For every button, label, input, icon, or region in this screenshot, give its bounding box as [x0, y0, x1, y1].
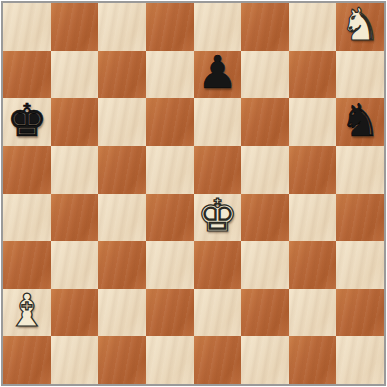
square-c6[interactable] — [98, 98, 146, 146]
piece-white-king[interactable]: ♚ — [197, 193, 237, 238]
square-h7[interactable] — [336, 51, 384, 99]
square-a4[interactable] — [3, 194, 51, 242]
square-f4[interactable] — [241, 194, 289, 242]
square-g3[interactable] — [289, 241, 337, 289]
square-e2[interactable] — [194, 289, 242, 337]
piece-white-bishop[interactable]: ♝ — [7, 288, 47, 333]
square-b4[interactable] — [51, 194, 99, 242]
square-h1[interactable] — [336, 336, 384, 384]
square-h6[interactable]: ♞ — [336, 98, 384, 146]
square-e5[interactable] — [194, 146, 242, 194]
square-c1[interactable] — [98, 336, 146, 384]
square-d2[interactable] — [146, 289, 194, 337]
square-a6[interactable]: ♚ — [3, 98, 51, 146]
square-d1[interactable] — [146, 336, 194, 384]
square-b2[interactable] — [51, 289, 99, 337]
square-b5[interactable] — [51, 146, 99, 194]
square-h2[interactable] — [336, 289, 384, 337]
square-c2[interactable] — [98, 289, 146, 337]
square-e8[interactable] — [194, 3, 242, 51]
square-h8[interactable]: ♞ — [336, 3, 384, 51]
square-b6[interactable] — [51, 98, 99, 146]
square-f3[interactable] — [241, 241, 289, 289]
square-c3[interactable] — [98, 241, 146, 289]
square-g5[interactable] — [289, 146, 337, 194]
square-d4[interactable] — [146, 194, 194, 242]
piece-black-pawn[interactable]: ♟ — [197, 50, 237, 95]
square-b8[interactable] — [51, 3, 99, 51]
piece-black-knight[interactable]: ♞ — [340, 98, 380, 143]
square-b1[interactable] — [51, 336, 99, 384]
square-d8[interactable] — [146, 3, 194, 51]
square-g1[interactable] — [289, 336, 337, 384]
square-e7[interactable]: ♟ — [194, 51, 242, 99]
piece-white-knight[interactable]: ♞ — [340, 2, 380, 47]
square-c5[interactable] — [98, 146, 146, 194]
square-e6[interactable] — [194, 98, 242, 146]
square-a8[interactable] — [3, 3, 51, 51]
piece-black-king[interactable]: ♚ — [7, 98, 47, 143]
square-g7[interactable] — [289, 51, 337, 99]
square-a1[interactable] — [3, 336, 51, 384]
square-g6[interactable] — [289, 98, 337, 146]
square-h5[interactable] — [336, 146, 384, 194]
square-h4[interactable] — [336, 194, 384, 242]
square-a5[interactable] — [3, 146, 51, 194]
square-f2[interactable] — [241, 289, 289, 337]
square-g2[interactable] — [289, 289, 337, 337]
square-d7[interactable] — [146, 51, 194, 99]
square-h3[interactable] — [336, 241, 384, 289]
chess-board: ♞♟♚♞♚♝ — [1, 1, 386, 386]
square-e3[interactable] — [194, 241, 242, 289]
square-f7[interactable] — [241, 51, 289, 99]
square-a3[interactable] — [3, 241, 51, 289]
square-d5[interactable] — [146, 146, 194, 194]
square-f5[interactable] — [241, 146, 289, 194]
square-c4[interactable] — [98, 194, 146, 242]
square-a2[interactable]: ♝ — [3, 289, 51, 337]
square-g4[interactable] — [289, 194, 337, 242]
square-g8[interactable] — [289, 3, 337, 51]
square-b7[interactable] — [51, 51, 99, 99]
square-f1[interactable] — [241, 336, 289, 384]
square-b3[interactable] — [51, 241, 99, 289]
square-f8[interactable] — [241, 3, 289, 51]
square-f6[interactable] — [241, 98, 289, 146]
square-c7[interactable] — [98, 51, 146, 99]
square-a7[interactable] — [3, 51, 51, 99]
square-e4[interactable]: ♚ — [194, 194, 242, 242]
board-wrapper: ♞♟♚♞♚♝ — [0, 0, 387, 387]
square-c8[interactable] — [98, 3, 146, 51]
square-d6[interactable] — [146, 98, 194, 146]
square-e1[interactable] — [194, 336, 242, 384]
square-d3[interactable] — [146, 241, 194, 289]
